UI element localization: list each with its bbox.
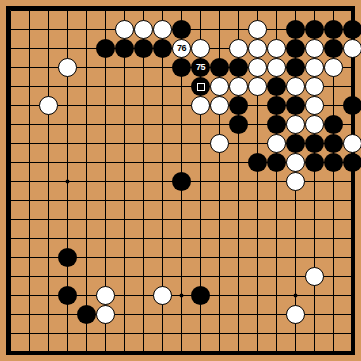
- square-marker: [197, 83, 205, 91]
- stone-black-c19r2[interactable]: [343, 20, 361, 39]
- stone-black-c11r4[interactable]: 75: [191, 58, 210, 77]
- stone-black-c15r7[interactable]: [267, 115, 286, 134]
- hoshi-point: [66, 180, 70, 184]
- stone-white-c6r17[interactable]: [96, 305, 115, 324]
- stone-black-c16r4[interactable]: [286, 58, 305, 77]
- stone-white-c15r4[interactable]: [267, 58, 286, 77]
- stone-black-c9r3[interactable]: [153, 39, 172, 58]
- stone-black-c19r9[interactable]: [343, 153, 361, 172]
- stone-white-c16r5[interactable]: [286, 77, 305, 96]
- stone-black-c5r17[interactable]: [77, 305, 96, 324]
- stone-white-c10r3[interactable]: 76: [172, 39, 191, 58]
- stone-white-c12r8[interactable]: [210, 134, 229, 153]
- stone-white-c11r3[interactable]: [191, 39, 210, 58]
- stone-white-c8r2[interactable]: [134, 20, 153, 39]
- stone-black-c11r5[interactable]: [191, 77, 210, 96]
- stone-black-c17r9[interactable]: [305, 153, 324, 172]
- stone-white-c17r4[interactable]: [305, 58, 324, 77]
- stone-white-c12r6[interactable]: [210, 96, 229, 115]
- stone-white-c17r6[interactable]: [305, 96, 324, 115]
- stone-white-c16r17[interactable]: [286, 305, 305, 324]
- stone-black-c7r3[interactable]: [115, 39, 134, 58]
- stone-black-c15r5[interactable]: [267, 77, 286, 96]
- stone-white-c16r9[interactable]: [286, 153, 305, 172]
- move-number-label: 76: [177, 44, 186, 53]
- stone-white-c7r2[interactable]: [115, 20, 134, 39]
- hoshi-point: [294, 294, 298, 298]
- stone-white-c14r5[interactable]: [248, 77, 267, 96]
- stone-white-c16r7[interactable]: [286, 115, 305, 134]
- stone-white-c11r6[interactable]: [191, 96, 210, 115]
- stone-white-c17r5[interactable]: [305, 77, 324, 96]
- stone-white-c13r5[interactable]: [229, 77, 248, 96]
- stone-white-c3r6[interactable]: [39, 96, 58, 115]
- stone-white-c17r3[interactable]: [305, 39, 324, 58]
- stone-black-c12r4[interactable]: [210, 58, 229, 77]
- stone-black-c13r7[interactable]: [229, 115, 248, 134]
- stone-black-c13r6[interactable]: [229, 96, 248, 115]
- stone-black-c16r3[interactable]: [286, 39, 305, 58]
- stone-black-c13r4[interactable]: [229, 58, 248, 77]
- stone-black-c16r6[interactable]: [286, 96, 305, 115]
- stone-black-c18r9[interactable]: [324, 153, 343, 172]
- stone-white-c19r8[interactable]: [343, 134, 361, 153]
- stone-black-c4r16[interactable]: [58, 286, 77, 305]
- stone-black-c4r14[interactable]: [58, 248, 77, 267]
- stone-black-c14r9[interactable]: [248, 153, 267, 172]
- stone-black-c11r16[interactable]: [191, 286, 210, 305]
- stone-black-c8r3[interactable]: [134, 39, 153, 58]
- stone-black-c18r3[interactable]: [324, 39, 343, 58]
- stone-black-c18r7[interactable]: [324, 115, 343, 134]
- stone-black-c19r6[interactable]: [343, 96, 361, 115]
- stone-black-c16r2[interactable]: [286, 20, 305, 39]
- stone-white-c17r15[interactable]: [305, 267, 324, 286]
- stone-white-c14r2[interactable]: [248, 20, 267, 39]
- stone-white-c16r10[interactable]: [286, 172, 305, 191]
- stone-white-c17r7[interactable]: [305, 115, 324, 134]
- stone-white-c19r3[interactable]: [343, 39, 361, 58]
- stone-white-c15r8[interactable]: [267, 134, 286, 153]
- stone-white-c18r4[interactable]: [324, 58, 343, 77]
- stone-black-c17r8[interactable]: [305, 134, 324, 153]
- stone-black-c6r3[interactable]: [96, 39, 115, 58]
- stone-white-c13r3[interactable]: [229, 39, 248, 58]
- stone-black-c15r6[interactable]: [267, 96, 286, 115]
- stone-white-c15r3[interactable]: [267, 39, 286, 58]
- stone-black-c10r2[interactable]: [172, 20, 191, 39]
- stone-white-c6r16[interactable]: [96, 286, 115, 305]
- stone-white-c12r5[interactable]: [210, 77, 229, 96]
- stone-white-c9r16[interactable]: [153, 286, 172, 305]
- stone-black-c17r2[interactable]: [305, 20, 324, 39]
- stone-black-c15r9[interactable]: [267, 153, 286, 172]
- stone-white-c9r2[interactable]: [153, 20, 172, 39]
- stone-black-c18r8[interactable]: [324, 134, 343, 153]
- go-board[interactable]: 7675: [0, 0, 361, 361]
- stone-white-c4r4[interactable]: [58, 58, 77, 77]
- stone-black-c18r2[interactable]: [324, 20, 343, 39]
- stone-black-c16r8[interactable]: [286, 134, 305, 153]
- stone-white-c14r3[interactable]: [248, 39, 267, 58]
- stone-black-c10r10[interactable]: [172, 172, 191, 191]
- hoshi-point: [180, 294, 184, 298]
- stone-black-c10r4[interactable]: [172, 58, 191, 77]
- move-number-label: 75: [196, 63, 205, 72]
- stone-white-c14r4[interactable]: [248, 58, 267, 77]
